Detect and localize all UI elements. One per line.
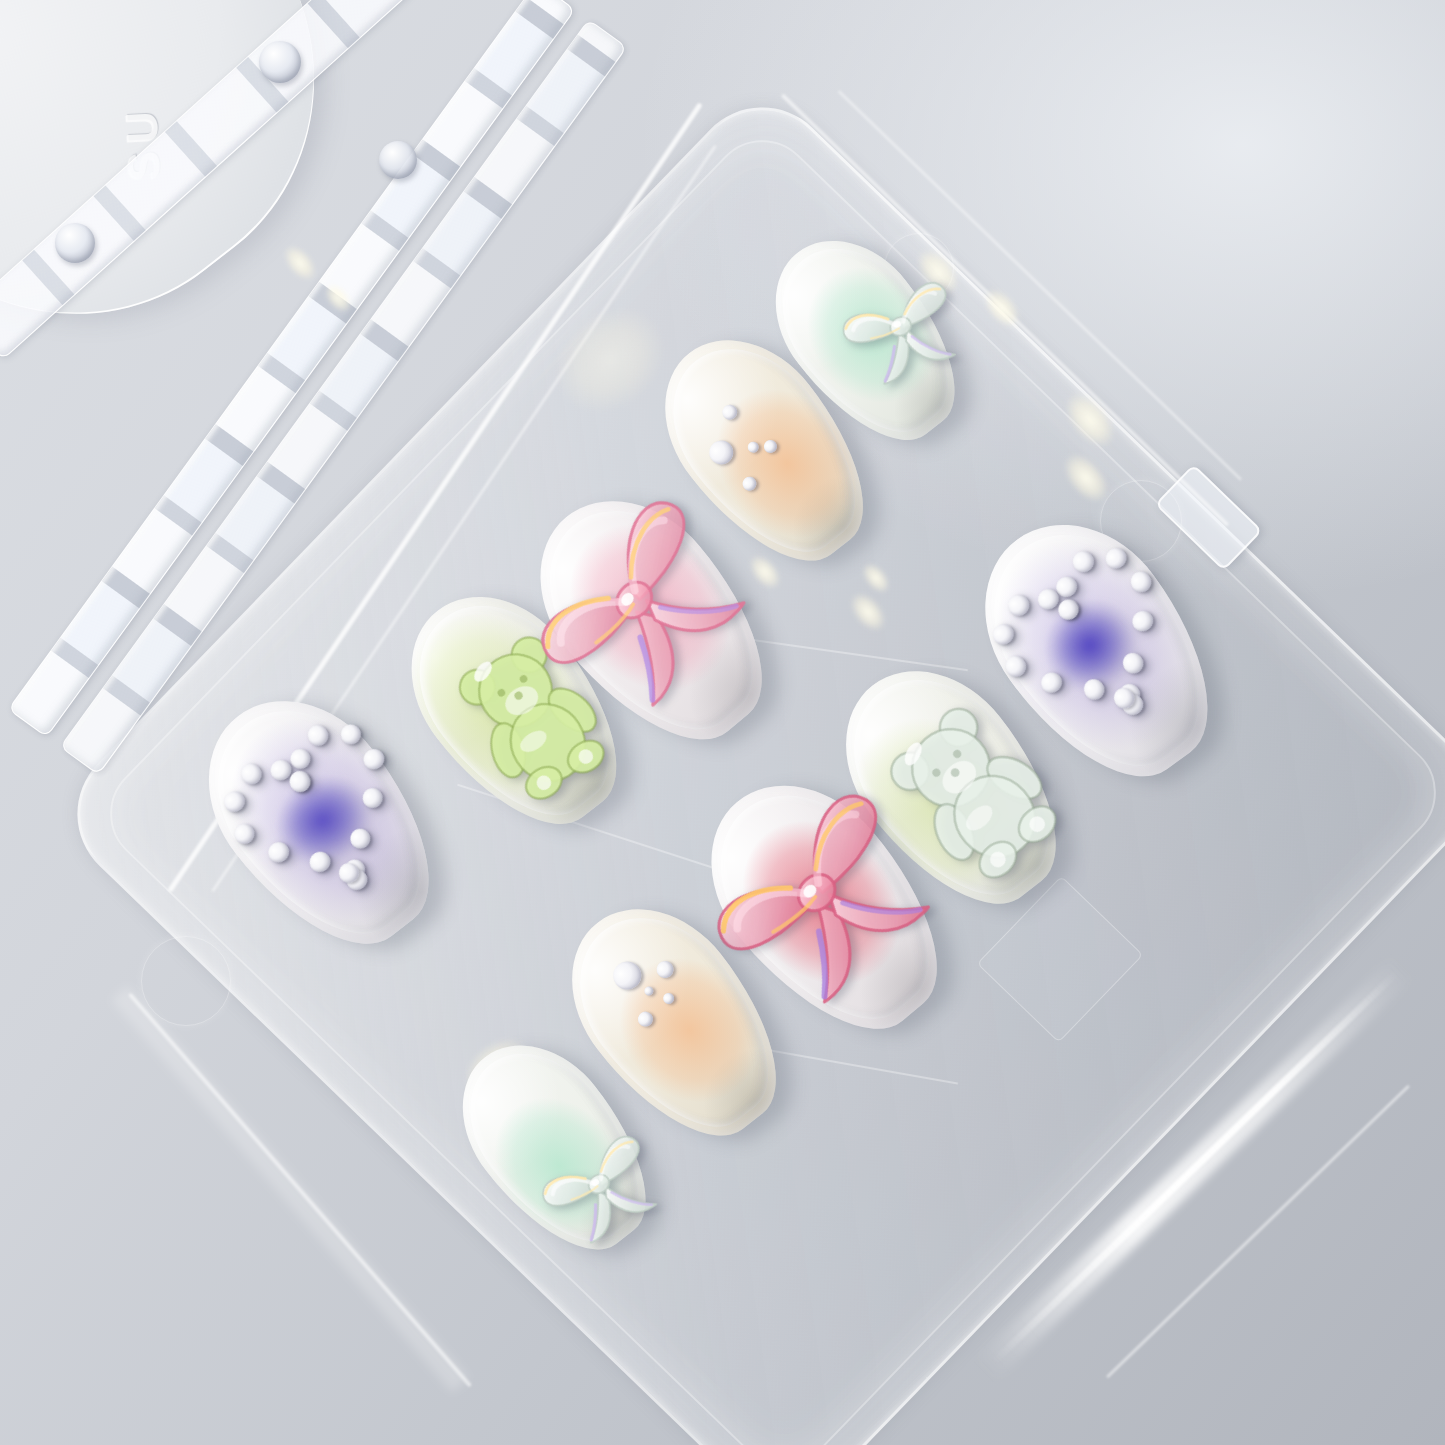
photo-scene: SU [0, 0, 1445, 1445]
heart-outline-pearl [304, 722, 332, 750]
pearl-stud [705, 436, 739, 470]
pearl-stud [761, 437, 779, 455]
heart-outline-pearl [220, 788, 248, 816]
heart-outline-pearl [989, 620, 1018, 649]
bow-charm [822, 254, 982, 404]
bow-charm [518, 1108, 682, 1266]
bow-charm-graphic [822, 254, 982, 404]
heart-outline-pearl [1126, 568, 1155, 597]
heart-outline-pearl [360, 746, 388, 774]
pearl-stud [745, 439, 760, 454]
heart-outline-pearl [230, 820, 258, 848]
pearl-heart-charm [988, 541, 1196, 747]
heart-outline-pearl [238, 760, 266, 788]
heart-outline-pearl [1102, 544, 1131, 573]
pearl-stud [719, 402, 740, 423]
pearl-stud [635, 1009, 656, 1030]
nail-set [0, 0, 1445, 1445]
heart-outline-pearl [1001, 652, 1030, 681]
bow-charm-graphic [518, 1108, 682, 1266]
pearl-stud [661, 991, 676, 1006]
pearl-stud [653, 957, 677, 981]
heart-outline-pearl [1004, 591, 1033, 620]
heart-outline-pearl [337, 721, 365, 749]
pearl-stud [608, 956, 647, 995]
pearl-stud [740, 474, 760, 494]
pearl-stud [643, 985, 656, 998]
heart-outline-pearl [1069, 548, 1098, 577]
pearl-heart-charm [220, 718, 423, 918]
